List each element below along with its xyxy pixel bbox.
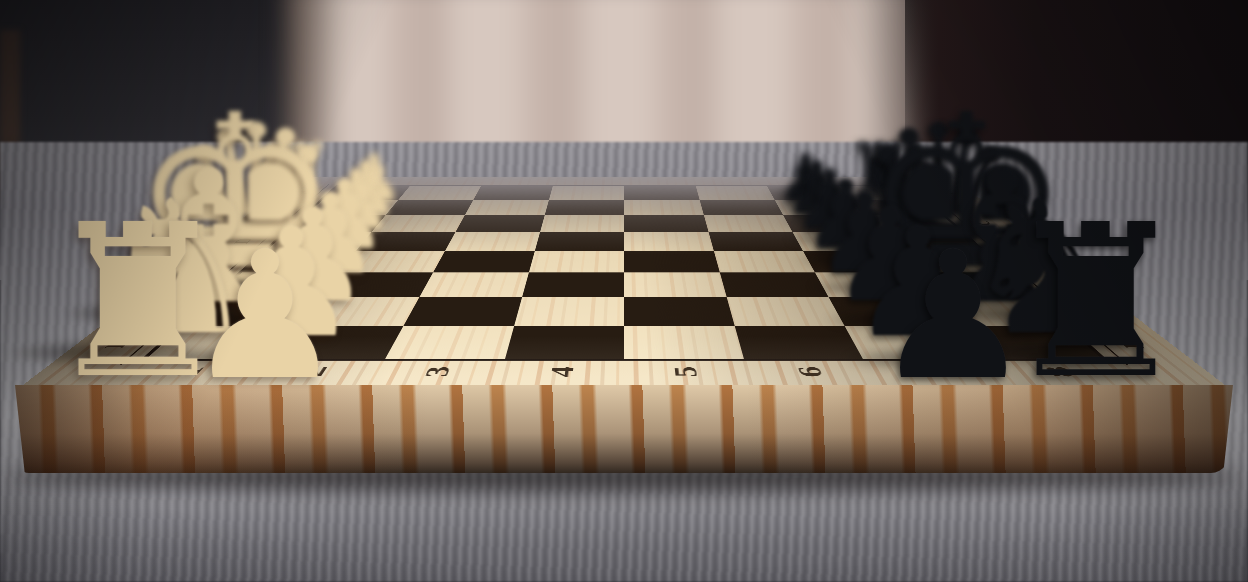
piece-black-rook-h8[interactable]: ♜ [991,197,1202,408]
pieces-layer: ♜♟♟♜♞♟♟♞♝♟♟♝♛♟♟♛♚♟♟♚♝♟♟♝♞♟♟♞♜♟♟♜ [0,0,1248,582]
chess-photo-scene: 12345678ABCDEFGHABCDEFGH ♜♟♟♜♞♟♟♞♝♟♟♝♛♟♟… [0,0,1248,582]
piece-white-pawn-h2[interactable]: ♟ [177,228,354,405]
